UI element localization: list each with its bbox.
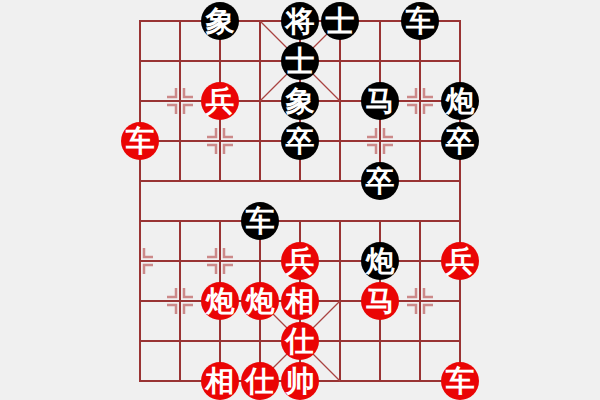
piece-red-cannon[interactable]: 炮 [241,282,279,320]
piece-red-elephant[interactable]: 相 [281,282,319,320]
piece-red-advisor[interactable]: 仕 [241,362,279,400]
piece-red-horse[interactable]: 马 [361,282,399,320]
piece-black-advisor[interactable]: 士 [281,42,319,80]
piece-red-general[interactable]: 帅 [281,362,319,400]
piece-black-chariot[interactable]: 车 [401,2,439,40]
piece-black-soldier[interactable]: 卒 [281,122,319,160]
piece-black-advisor[interactable]: 士 [321,2,359,40]
piece-red-advisor[interactable]: 仕 [281,322,319,360]
piece-black-cannon[interactable]: 炮 [361,242,399,280]
piece-red-elephant[interactable]: 相 [201,362,239,400]
piece-black-cannon[interactable]: 炮 [441,82,479,120]
piece-red-chariot[interactable]: 车 [441,362,479,400]
piece-red-cannon[interactable]: 炮 [201,282,239,320]
xiangqi-board[interactable]: 象将士车士兵象马炮车卒卒卒车兵炮兵炮炮相马仕相仕帅车 [0,0,600,400]
piece-black-soldier[interactable]: 卒 [441,122,479,160]
piece-black-general[interactable]: 将 [281,2,319,40]
piece-red-soldier[interactable]: 兵 [201,82,239,120]
piece-black-elephant[interactable]: 象 [281,82,319,120]
piece-black-soldier[interactable]: 卒 [361,162,399,200]
piece-black-elephant[interactable]: 象 [201,2,239,40]
piece-red-soldier[interactable]: 兵 [281,242,319,280]
piece-black-chariot[interactable]: 车 [241,202,279,240]
piece-black-horse[interactable]: 马 [361,82,399,120]
piece-red-soldier[interactable]: 兵 [441,242,479,280]
piece-red-chariot[interactable]: 车 [121,122,159,160]
